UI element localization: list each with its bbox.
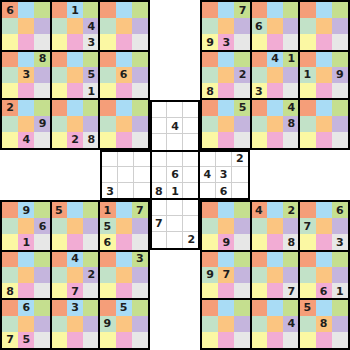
- cell-top-right-r5c5[interactable]: [267, 67, 283, 83]
- cell-bottom-right-r2c6[interactable]: [283, 218, 299, 234]
- cell-bottom-left-r5c3[interactable]: [34, 267, 50, 283]
- cell-top-right-r9c1[interactable]: [202, 132, 218, 148]
- cell-top-left-r4c9[interactable]: [132, 51, 148, 67]
- cell-top-left-r2c2[interactable]: [18, 18, 34, 34]
- cell-bottom-left-r3c9[interactable]: [132, 234, 148, 250]
- cell-top-left-r6c2[interactable]: [18, 83, 34, 99]
- cell-top-left-r7c9[interactable]: [132, 99, 148, 115]
- cell-bottom-right-r1c3[interactable]: [234, 202, 250, 218]
- cell-center-r6c6[interactable]: [183, 183, 199, 199]
- cell-top-left-r5c3[interactable]: [34, 67, 50, 83]
- cell-top-right-r1c2[interactable]: [218, 2, 234, 18]
- cell-top-right-r9c2[interactable]: [218, 132, 234, 148]
- cell-top-left-r2c3[interactable]: [34, 18, 50, 34]
- cell-top-right-r9c5[interactable]: [267, 132, 283, 148]
- cell-bottom-left-r7c4[interactable]: [51, 299, 67, 315]
- cell-top-left-r8c2[interactable]: [18, 116, 34, 132]
- cell-top-right-r2c9[interactable]: [332, 18, 348, 34]
- cell-center-r4c3[interactable]: [134, 151, 150, 167]
- cell-bottom-right-r3c1[interactable]: [202, 234, 218, 250]
- cell-top-left-r3c5[interactable]: [67, 34, 83, 50]
- cell-top-right-r8c8[interactable]: [316, 116, 332, 132]
- cell-bottom-right-r4c6[interactable]: [283, 251, 299, 267]
- cell-top-left-r5c9[interactable]: [132, 67, 148, 83]
- cell-bottom-right-r4c9[interactable]: [332, 251, 348, 267]
- cell-bottom-left-r9c4[interactable]: [51, 332, 67, 348]
- cell-bottom-right-r9c9[interactable]: [332, 332, 348, 348]
- cell-top-right-r8c9[interactable]: [332, 116, 348, 132]
- cell-bottom-left-r4c6[interactable]: [83, 251, 99, 267]
- cell-top-right-r4c8[interactable]: [316, 51, 332, 67]
- cell-bottom-right-r9c8[interactable]: [316, 332, 332, 348]
- cell-bottom-left-r4c7[interactable]: [99, 251, 115, 267]
- cell-top-left-r9c4[interactable]: [51, 132, 67, 148]
- cell-top-right-r6c3[interactable]: [234, 83, 250, 99]
- cell-top-right-r9c3[interactable]: [234, 132, 250, 148]
- cell-bottom-left-r8c6[interactable]: [83, 316, 99, 332]
- cell-bottom-left-r6c2[interactable]: [18, 283, 34, 299]
- cell-bottom-right-r7c3[interactable]: [234, 299, 250, 315]
- cell-bottom-right-r9c6[interactable]: [283, 332, 299, 348]
- cell-top-left-r3c2[interactable]: [18, 34, 34, 50]
- cell-center-r5c9[interactable]: [232, 167, 248, 183]
- cell-bottom-left-r5c1[interactable]: [2, 267, 18, 283]
- cell-center-r8c6[interactable]: [183, 216, 199, 232]
- cell-top-left-r2c9[interactable]: [132, 18, 148, 34]
- cell-top-right-r7c2[interactable]: [218, 99, 234, 115]
- cell-bottom-right-r2c3[interactable]: [234, 218, 250, 234]
- cell-bottom-right-r8c2[interactable]: [218, 316, 234, 332]
- cell-top-right-r7c9[interactable]: [332, 99, 348, 115]
- cell-bottom-right-r5c6[interactable]: [283, 267, 299, 283]
- cell-top-right-r4c4[interactable]: [251, 51, 267, 67]
- cell-bottom-left-r8c2[interactable]: [18, 316, 34, 332]
- cell-bottom-right-r4c8[interactable]: [316, 251, 332, 267]
- cell-top-right-r2c6[interactable]: [283, 18, 299, 34]
- cell-bottom-right-r3c3[interactable]: [234, 234, 250, 250]
- cell-bottom-right-r1c5[interactable]: [267, 202, 283, 218]
- cell-center-r4c5[interactable]: [167, 151, 183, 167]
- cell-bottom-left-r3c8[interactable]: [116, 234, 132, 250]
- cell-bottom-right-r5c4[interactable]: [251, 267, 267, 283]
- cell-bottom-right-r1c2[interactable]: [218, 202, 234, 218]
- cell-top-right-r9c6[interactable]: [283, 132, 299, 148]
- cell-bottom-left-r7c1[interactable]: [2, 299, 18, 315]
- cell-bottom-left-r6c9[interactable]: [132, 283, 148, 299]
- cell-top-left-r6c1[interactable]: [2, 83, 18, 99]
- cell-top-left-r9c9[interactable]: [132, 132, 148, 148]
- cell-top-left-r7c2[interactable]: [18, 99, 34, 115]
- cell-top-right-r5c8[interactable]: [316, 67, 332, 83]
- cell-top-right-r3c4[interactable]: [251, 34, 267, 50]
- cell-center-r3c6[interactable]: [183, 134, 199, 150]
- cell-top-left-r4c4[interactable]: [51, 51, 67, 67]
- cell-center-r1c4[interactable]: [151, 102, 167, 118]
- cell-bottom-right-r3c4[interactable]: [251, 234, 267, 250]
- cell-bottom-left-r3c5[interactable]: [67, 234, 83, 250]
- cell-center-r1c5[interactable]: [167, 102, 183, 118]
- cell-bottom-right-r7c1[interactable]: [202, 299, 218, 315]
- cell-center-r6c2[interactable]: [118, 183, 134, 199]
- cell-center-r3c5[interactable]: [167, 134, 183, 150]
- cell-bottom-right-r5c5[interactable]: [267, 267, 283, 283]
- cell-top-right-r7c8[interactable]: [316, 99, 332, 115]
- cell-center-r7c6[interactable]: [183, 199, 199, 215]
- cell-top-right-r2c7[interactable]: [299, 18, 315, 34]
- cell-top-left-r1c8[interactable]: [116, 2, 132, 18]
- cell-bottom-right-r4c7[interactable]: [299, 251, 315, 267]
- cell-top-right-r2c8[interactable]: [316, 18, 332, 34]
- cell-top-left-r2c1[interactable]: [2, 18, 18, 34]
- cell-center-r8c5[interactable]: [167, 216, 183, 232]
- cell-center-r1c6[interactable]: [183, 102, 199, 118]
- cell-top-left-r4c1[interactable]: [2, 51, 18, 67]
- box-divider-vertical: [250, 2, 252, 148]
- cell-top-left-r8c6[interactable]: [83, 116, 99, 132]
- cell-top-right-r7c5[interactable]: [267, 99, 283, 115]
- cell-bottom-right-r6c2[interactable]: [218, 283, 234, 299]
- cell-top-right-r3c9[interactable]: [332, 34, 348, 50]
- cell-top-left-r2c4[interactable]: [51, 18, 67, 34]
- cell-top-left-r4c6[interactable]: [83, 51, 99, 67]
- cell-top-left-r6c8[interactable]: [116, 83, 132, 99]
- cell-bottom-right-r6c3[interactable]: [234, 283, 250, 299]
- cell-bottom-left-r6c6[interactable]: [83, 283, 99, 299]
- cell-bottom-left-r3c6[interactable]: [83, 234, 99, 250]
- cell-top-left-r8c1[interactable]: [2, 116, 18, 132]
- cell-bottom-left-r2c6[interactable]: [83, 218, 99, 234]
- cell-top-right-r1c1[interactable]: [202, 2, 218, 18]
- cell-center-r4c1[interactable]: [102, 151, 118, 167]
- cell-bottom-left-r7c6[interactable]: [83, 299, 99, 315]
- cell-bottom-left-r1c6[interactable]: [83, 202, 99, 218]
- cell-top-left-r3c1[interactable]: [2, 34, 18, 50]
- cell-bottom-left-r1c1[interactable]: [2, 202, 18, 218]
- cell-center-r9c4[interactable]: [151, 232, 167, 248]
- cell-top-left-r3c7[interactable]: [99, 34, 115, 50]
- cell-center-r5c2[interactable]: [118, 167, 134, 183]
- cell-top-right-r1c7[interactable]: [299, 2, 315, 18]
- cell-top-right-r8c5[interactable]: [267, 116, 283, 132]
- cell-bottom-left-r4c2[interactable]: [18, 251, 34, 267]
- cell-top-right-r1c8[interactable]: [316, 2, 332, 18]
- cell-bottom-left-r2c5[interactable]: [67, 218, 83, 234]
- cell-top-right-r6c7[interactable]: [299, 83, 315, 99]
- cell-bottom-left-r2c1[interactable]: [2, 218, 18, 234]
- cell-top-right-r5c2[interactable]: [218, 67, 234, 83]
- cell-top-right-r3c3[interactable]: [234, 34, 250, 50]
- cell-top-left-r2c5[interactable]: [67, 18, 83, 34]
- cell-bottom-left-r5c5[interactable]: [67, 267, 83, 283]
- cell-top-left-r7c5[interactable]: [67, 99, 83, 115]
- cell-bottom-right-r8c9[interactable]: [332, 316, 348, 332]
- cell-bottom-left-r8c4[interactable]: [51, 316, 67, 332]
- cell-center-r7c5[interactable]: [167, 199, 183, 215]
- cell-top-left-r2c8[interactable]: [116, 18, 132, 34]
- cell-bottom-right-r6c4[interactable]: [251, 283, 267, 299]
- cell-top-left-r5c5[interactable]: [67, 67, 83, 83]
- cell-bottom-right-r9c2[interactable]: [218, 332, 234, 348]
- cell-bottom-right-r9c5[interactable]: [267, 332, 283, 348]
- cell-top-left-r8c8[interactable]: [116, 116, 132, 132]
- cell-top-left-r9c8[interactable]: [116, 132, 132, 148]
- cell-bottom-right-r8c3[interactable]: [234, 316, 250, 332]
- cell-top-left-r3c4[interactable]: [51, 34, 67, 50]
- cell-center-r5c1[interactable]: [102, 167, 118, 183]
- cell-bottom-right-r6c7[interactable]: [299, 283, 315, 299]
- cell-top-left-r4c7[interactable]: [99, 51, 115, 67]
- cell-top-right-r2c5[interactable]: [267, 18, 283, 34]
- cell-top-left-r9c1[interactable]: [2, 132, 18, 148]
- cell-bottom-left-r3c3[interactable]: [34, 234, 50, 250]
- cell-center-r2c4[interactable]: [151, 118, 167, 134]
- cell-bottom-right-r7c4[interactable]: [251, 299, 267, 315]
- cell-bottom-left-r1c3[interactable]: [34, 202, 50, 218]
- cell-top-right-r9c4[interactable]: [251, 132, 267, 148]
- cell-bottom-right-r7c6[interactable]: [283, 299, 299, 315]
- cell-bottom-left-r9c8[interactable]: [116, 332, 132, 348]
- cell-bottom-left-r4c3[interactable]: [34, 251, 50, 267]
- cell-top-right-r8c3[interactable]: [234, 116, 250, 132]
- cell-bottom-right-r1c8[interactable]: [316, 202, 332, 218]
- cell-top-left-r6c5[interactable]: [67, 83, 83, 99]
- cell-top-left-r3c8[interactable]: [116, 34, 132, 50]
- cell-top-right-r7c1[interactable]: [202, 99, 218, 115]
- cell-bottom-left-r3c1[interactable]: [2, 234, 18, 250]
- cell-bottom-left-r8c9[interactable]: [132, 316, 148, 332]
- cell-center-r5c4[interactable]: [151, 167, 167, 183]
- cell-top-right-r3c5[interactable]: [267, 34, 283, 50]
- cell-bottom-left-r6c7[interactable]: [99, 283, 115, 299]
- cell-bottom-right-r7c2[interactable]: [218, 299, 234, 315]
- cell-top-right-r5c4[interactable]: [251, 67, 267, 83]
- cell-bottom-right-r3c8[interactable]: [316, 234, 332, 250]
- cell-bottom-right-r2c4[interactable]: [251, 218, 267, 234]
- cell-top-right-r2c2[interactable]: [218, 18, 234, 34]
- cell-top-left-r7c3[interactable]: [34, 99, 50, 115]
- cell-top-left-r5c4[interactable]: [51, 67, 67, 83]
- cell-top-right-r4c3[interactable]: [234, 51, 250, 67]
- cell-top-left-r9c3[interactable]: [34, 132, 50, 148]
- cell-bottom-left-r9c6[interactable]: [83, 332, 99, 348]
- cell-bottom-right-r2c8[interactable]: [316, 218, 332, 234]
- cell-bottom-right-r6c5[interactable]: [267, 283, 283, 299]
- cell-top-right-r8c1[interactable]: [202, 116, 218, 132]
- cell-bottom-right-r7c8[interactable]: [316, 299, 332, 315]
- cell-bottom-left-r5c4[interactable]: [51, 267, 67, 283]
- cell-top-right-r6c2[interactable]: [218, 83, 234, 99]
- cell-top-left-r7c8[interactable]: [116, 99, 132, 115]
- cell-top-right-r3c6[interactable]: [283, 34, 299, 50]
- cell-top-left-r8c5[interactable]: [67, 116, 83, 132]
- cell-top-right-r7c3: 5: [234, 99, 250, 115]
- cell-bottom-right-r1c1[interactable]: [202, 202, 218, 218]
- cell-center-r4c6[interactable]: [183, 151, 199, 167]
- cell-top-right-r8c2[interactable]: [218, 116, 234, 132]
- cell-top-left-r1c6[interactable]: [83, 2, 99, 18]
- cell-top-left-r4c2[interactable]: [18, 51, 34, 67]
- cell-bottom-right-r5c8[interactable]: [316, 267, 332, 283]
- cell-bottom-left-r9c3[interactable]: [34, 332, 50, 348]
- cell-top-right-r3c8[interactable]: [316, 34, 332, 50]
- cell-top-left-r7c4[interactable]: [51, 99, 67, 115]
- cell-bottom-left-r1c7: 1: [99, 202, 115, 218]
- cell-bottom-right-r9c4[interactable]: [251, 332, 267, 348]
- cell-center-r4c7[interactable]: [199, 151, 215, 167]
- cell-center-r6c9[interactable]: [232, 183, 248, 199]
- cell-bottom-left-r8c1[interactable]: [2, 316, 18, 332]
- cell-bottom-left-r9c5[interactable]: [67, 332, 83, 348]
- cell-top-right-r8c4[interactable]: [251, 116, 267, 132]
- cell-bottom-left-r7c7[interactable]: [99, 299, 115, 315]
- cell-bottom-right-r4c3[interactable]: [234, 251, 250, 267]
- cell-bottom-left-r2c4[interactable]: [51, 218, 67, 234]
- cell-top-right-r7c7[interactable]: [299, 99, 315, 115]
- cell-top-left-r8c7[interactable]: [99, 116, 115, 132]
- cell-bottom-right-r2c5[interactable]: [267, 218, 283, 234]
- cell-bottom-left-r7c9[interactable]: [132, 299, 148, 315]
- cell-top-left-r5c1[interactable]: [2, 67, 18, 83]
- cell-top-right-r6c5[interactable]: [267, 83, 283, 99]
- cell-bottom-right-r2c2[interactable]: [218, 218, 234, 234]
- cell-top-left-r6c3[interactable]: [34, 83, 50, 99]
- cell-bottom-right-r4c2[interactable]: [218, 251, 234, 267]
- cell-top-right-r4c7[interactable]: [299, 51, 315, 67]
- cell-bottom-left-r4c1[interactable]: [2, 251, 18, 267]
- cell-top-left-r6c9[interactable]: [132, 83, 148, 99]
- cell-bottom-left-r3c4[interactable]: [51, 234, 67, 250]
- cell-center-r6c7[interactable]: [199, 183, 215, 199]
- cell-top-left-r8c9[interactable]: [132, 116, 148, 132]
- cell-bottom-left-r6c4[interactable]: [51, 283, 67, 299]
- cell-bottom-left-r8c5[interactable]: [67, 316, 83, 332]
- cell-top-left-r9c7[interactable]: [99, 132, 115, 148]
- cell-top-right-r5c1[interactable]: [202, 67, 218, 83]
- cell-bottom-right-r7c5[interactable]: [267, 299, 283, 315]
- cell-top-right-r1c4[interactable]: [251, 2, 267, 18]
- cell-bottom-left-r2c9[interactable]: [132, 218, 148, 234]
- cell-bottom-left-r8c8[interactable]: [116, 316, 132, 332]
- cell-bottom-right-r3c5[interactable]: [267, 234, 283, 250]
- cell-bottom-left-r6c3[interactable]: [34, 283, 50, 299]
- cell-bottom-right-r7c9[interactable]: [332, 299, 348, 315]
- cell-top-right-r8c7[interactable]: [299, 116, 315, 132]
- cell-bottom-left-r1c8[interactable]: [116, 202, 132, 218]
- cell-top-right-r1c6[interactable]: [283, 2, 299, 18]
- cell-center-r5c3[interactable]: [134, 167, 150, 183]
- cell-center-r4c2[interactable]: [118, 151, 134, 167]
- cell-top-left-r1c2[interactable]: [18, 2, 34, 18]
- cell-top-right-r2c3[interactable]: [234, 18, 250, 34]
- cell-bottom-right-r2c1[interactable]: [202, 218, 218, 234]
- cell-bottom-left-r5c8[interactable]: [116, 267, 132, 283]
- cell-center-r4c8[interactable]: [216, 151, 232, 167]
- cell-bottom-left-r9c9[interactable]: [132, 332, 148, 348]
- cell-bottom-left-r7c3[interactable]: [34, 299, 50, 315]
- cell-bottom-right-r9c7[interactable]: [299, 332, 315, 348]
- cell-bottom-right-r8c5[interactable]: [267, 316, 283, 332]
- cell-top-right-r7c4[interactable]: [251, 99, 267, 115]
- cell-center-r2c6[interactable]: [183, 118, 199, 134]
- cell-top-right-r5c6[interactable]: [283, 67, 299, 83]
- cell-top-right-r9c9[interactable]: [332, 132, 348, 148]
- cell-top-left-r8c4[interactable]: [51, 116, 67, 132]
- cell-top-right-r4c2[interactable]: [218, 51, 234, 67]
- cell-top-right-r2c1[interactable]: [202, 18, 218, 34]
- cell-top-right-r1c5[interactable]: [267, 2, 283, 18]
- cell-top-right-r6c8[interactable]: [316, 83, 332, 99]
- cell-bottom-left-r5c7[interactable]: [99, 267, 115, 283]
- cell-top-right-r9c8[interactable]: [316, 132, 332, 148]
- cell-top-right-r9c7[interactable]: [299, 132, 315, 148]
- cell-bottom-left-r9c7[interactable]: [99, 332, 115, 348]
- cell-bottom-left-r8c3[interactable]: [34, 316, 50, 332]
- cell-bottom-left-r5c2[interactable]: [18, 267, 34, 283]
- cell-bottom-right-r8c7[interactable]: [299, 316, 315, 332]
- cell-top-left-r2c7[interactable]: [99, 18, 115, 34]
- cell-center-r5c6[interactable]: [183, 167, 199, 183]
- cell-bottom-left-r4c4[interactable]: [51, 251, 67, 267]
- cell-bottom-right-r5c9[interactable]: [332, 267, 348, 283]
- cell-bottom-right-r1c7[interactable]: [299, 202, 315, 218]
- cell-bottom-right-r4c4[interactable]: [251, 251, 267, 267]
- cell-top-left-r1c3[interactable]: [34, 2, 50, 18]
- cell-bottom-right-r6c1[interactable]: [202, 283, 218, 299]
- cell-top-left-r7c7[interactable]: [99, 99, 115, 115]
- cell-top-right-r4c9[interactable]: [332, 51, 348, 67]
- cell-top-right-r4c1[interactable]: [202, 51, 218, 67]
- cell-top-right-r6c6[interactable]: [283, 83, 299, 99]
- cell-top-left-r3c3[interactable]: [34, 34, 50, 50]
- cell-top-left-r9c5: 2: [67, 132, 83, 148]
- cell-center-r9c5[interactable]: [167, 232, 183, 248]
- cell-top-left-r6c4[interactable]: [51, 83, 67, 99]
- cell-bottom-left-r4c8[interactable]: [116, 251, 132, 267]
- cell-top-left-r4c8[interactable]: [116, 51, 132, 67]
- cell-top-right-r1c9[interactable]: [332, 2, 348, 18]
- cell-top-left-r5c7[interactable]: [99, 67, 115, 83]
- cell-top-right-r3c7[interactable]: [299, 34, 315, 50]
- cell-center-r3c4[interactable]: [151, 134, 167, 150]
- cell-top-left-r6c7[interactable]: [99, 83, 115, 99]
- cell-top-left-r3c9[interactable]: [132, 34, 148, 50]
- cell-top-left-r1c4[interactable]: [51, 2, 67, 18]
- cell-top-left-r4c5[interactable]: [67, 51, 83, 67]
- cell-top-right-r6c9[interactable]: [332, 83, 348, 99]
- cell-bottom-right-r8c4[interactable]: [251, 316, 267, 332]
- cell-top-left-r1c9[interactable]: [132, 2, 148, 18]
- cell-bottom-left-r2c8[interactable]: [116, 218, 132, 234]
- cell-center-r7c4[interactable]: [151, 199, 167, 215]
- cell-bottom-right-r2c9[interactable]: [332, 218, 348, 234]
- cell-bottom-right-r5c7[interactable]: [299, 267, 315, 283]
- cell-bottom-right-r4c1[interactable]: [202, 251, 218, 267]
- cell-bottom-right-r5c3[interactable]: [234, 267, 250, 283]
- cell-bottom-right-r4c5[interactable]: [267, 251, 283, 267]
- cell-bottom-right-r9c3[interactable]: [234, 332, 250, 348]
- cell-bottom-right-r3c7[interactable]: [299, 234, 315, 250]
- cell-bottom-left-r2c2[interactable]: [18, 218, 34, 234]
- cell-bottom-right-r8c1[interactable]: [202, 316, 218, 332]
- cell-top-left-r7c6[interactable]: [83, 99, 99, 115]
- cell-center-r6c3[interactable]: [134, 183, 150, 199]
- cell-top-left-r1c7[interactable]: [99, 2, 115, 18]
- cell-bottom-left-r1c5[interactable]: [67, 202, 83, 218]
- cell-bottom-left-r6c8[interactable]: [116, 283, 132, 299]
- cell-center-r4c4[interactable]: [151, 151, 167, 167]
- cell-bottom-right-r9c1[interactable]: [202, 332, 218, 348]
- cell-bottom-left-r5c9[interactable]: [132, 267, 148, 283]
